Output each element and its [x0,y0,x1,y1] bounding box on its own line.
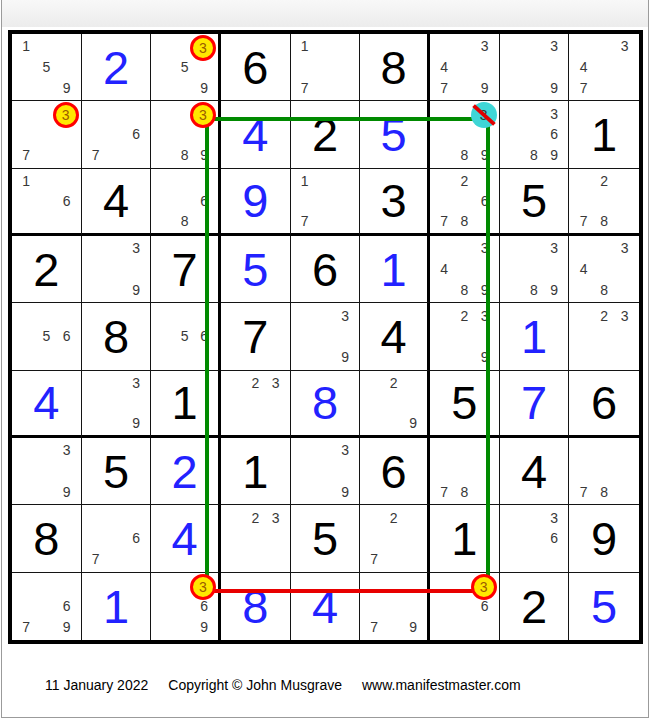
cell-r6c4[interactable]: 23 [221,371,291,438]
cell-r2c4[interactable]: 4 [221,101,291,168]
pencil-marks: 3479 [430,34,499,100]
cell-r4c9[interactable]: 348 [569,236,639,303]
candidate-mark: 3 [544,36,564,57]
candidate-mark: 2 [245,373,265,393]
candidate-mark: 9 [403,413,423,433]
cell-r4c1[interactable]: 2 [12,236,82,303]
candidate-mark: 8 [175,211,195,231]
candidate-mark: 3 [265,507,285,528]
candidate-mark: 8 [175,145,195,166]
given-digit: 1 [221,438,290,504]
cell-r3c3[interactable]: 68 [151,169,221,236]
given-digit: 5 [500,169,569,233]
candidate-mark: 8 [454,211,474,231]
candidate-mark: 9 [126,413,146,433]
cell-r1c2[interactable]: 2 [82,34,152,101]
highlight-circle: 3 [53,102,79,128]
given-digit: 6 [291,236,360,302]
candidate-mark: 5 [36,57,56,78]
sudoku-board: 1592593617834793934773678934258933689116… [8,30,643,644]
cell-r9c2[interactable]: 1 [82,573,152,640]
candidate-mark: 7 [16,145,36,166]
pencil-marks: 39 [82,236,151,302]
candidate-mark: 7 [295,78,315,99]
candidate-mark: 9 [194,78,214,99]
given-digit: 8 [82,303,151,369]
green-link-line [207,117,488,121]
candidate-mark: 7 [434,211,454,231]
candidate-mark: 7 [364,549,384,570]
pencil-marks: 17 [291,34,360,100]
elimination-circle: 3 [471,102,497,128]
candidate-mark: 3 [614,238,635,259]
pencil-marks: 23 [569,303,639,369]
candidate-mark: 7 [364,617,384,638]
candidate-mark: 3 [126,373,146,393]
candidate-mark: 5 [175,57,195,78]
candidate-mark: 2 [454,305,474,326]
cell-r9c3[interactable]: 693 [151,573,221,640]
given-digit: 3 [360,169,427,233]
candidate-mark: 6 [56,191,76,211]
pencil-marks: 36 [500,505,569,571]
pencil-marks: 16 [12,169,81,233]
candidate-mark: 7 [573,211,594,231]
candidate-mark: 9 [56,78,76,99]
candidate-mark: 7 [295,211,315,231]
cell-r5c2[interactable]: 8 [82,303,152,370]
candidate-mark: 3 [335,305,355,326]
solved-digit: 1 [500,303,569,369]
cell-r8c9[interactable]: 9 [569,505,639,572]
sudoku-grid: 1592593617834793934773678934258933689116… [12,34,639,640]
cell-r1c3[interactable]: 593 [151,34,221,101]
footer: 11 January 2022 Copyright © John Musgrav… [45,677,521,693]
candidate-mark: 7 [434,78,454,99]
cell-r7c6[interactable]: 6 [360,438,430,505]
candidate-mark: 3 [544,507,564,528]
cell-r7c4[interactable]: 1 [221,438,291,505]
candidate-mark: 9 [335,347,355,368]
candidate-mark: 4 [573,57,594,78]
candidate-mark: 8 [594,211,615,231]
cell-r3c9[interactable]: 278 [569,169,639,236]
cell-r9c8[interactable]: 2 [500,573,570,640]
cell-r3c1[interactable]: 16 [12,169,82,236]
candidate-mark: 3 [474,36,494,57]
solved-digit: 5 [569,573,639,640]
footer-copyright: Copyright © John Musgrave [168,677,342,693]
candidate-mark: 8 [454,280,474,301]
cell-r1c1[interactable]: 159 [12,34,82,101]
given-digit: 8 [12,505,81,571]
candidate-mark: 9 [474,347,494,368]
given-digit: 2 [500,573,569,640]
cell-r3c8[interactable]: 5 [500,169,570,236]
cell-r4c4[interactable]: 5 [221,236,291,303]
solved-digit: 5 [360,101,427,167]
candidate-mark: 7 [16,617,36,638]
pencil-marks: 79 [360,573,427,640]
candidate-mark: 3 [474,238,494,259]
cell-r7c3[interactable]: 2 [151,438,221,505]
footer-date: 11 January 2022 [45,677,148,693]
footer-site: www.manifestmaster.com [362,677,521,693]
cell-r9c7[interactable]: 63 [430,573,500,640]
cell-r2c9[interactable]: 1 [569,101,639,168]
given-digit: 6 [360,438,427,504]
candidate-mark: 3 [265,373,285,393]
cell-r2c8[interactable]: 3689 [500,101,570,168]
cell-r3c2[interactable]: 4 [82,169,152,236]
cell-r5c5[interactable]: 39 [291,303,361,370]
cell-r1c7[interactable]: 3479 [430,34,500,101]
cell-r8c6[interactable]: 27 [360,505,430,572]
given-digit: 1 [569,101,639,167]
cell-r9c9[interactable]: 5 [569,573,639,640]
candidate-mark: 8 [524,280,544,301]
solved-digit: 1 [360,236,427,302]
pencil-marks: 389 [500,236,569,302]
candidate-mark: 9 [403,617,423,638]
pencil-marks: 67 [82,101,151,167]
given-digit: 4 [82,169,151,233]
candidate-mark: 9 [56,617,76,638]
candidate-mark: 1 [16,36,36,57]
candidate-mark: 7 [434,482,454,503]
pencil-marks: 78 [569,438,639,504]
candidate-mark: 9 [474,78,494,99]
pencil-marks: 23 [221,505,290,571]
candidate-mark: 3 [614,305,635,326]
candidate-mark: 1 [295,36,315,57]
cell-r8c1[interactable]: 8 [12,505,82,572]
candidate-mark: 9 [544,145,564,166]
cell-r8c3[interactable]: 4 [151,505,221,572]
pencil-marks: 23 [221,371,290,435]
pencil-marks: 679 [12,573,81,640]
candidate-mark: 1 [16,171,36,191]
candidate-mark: 8 [454,482,474,503]
candidate-mark: 9 [544,78,564,99]
pencil-marks: 159 [12,34,81,100]
candidate-mark: 6 [56,596,76,617]
candidate-mark: 4 [434,57,454,78]
cell-r3c6[interactable]: 3 [360,169,430,236]
cell-r7c8[interactable]: 4 [500,438,570,505]
candidate-mark: 2 [384,507,404,528]
candidate-mark: 9 [194,617,214,638]
candidate-mark: 6 [56,326,76,347]
cell-r6c8[interactable]: 7 [500,371,570,438]
candidate-mark: 9 [335,482,355,503]
solved-digit: 4 [221,101,290,167]
cell-r5c4[interactable]: 7 [221,303,291,370]
candidate-mark: 2 [384,373,404,393]
candidate-mark: 4 [573,259,594,280]
given-digit: 8 [360,34,427,100]
cell-r2c6[interactable]: 5 [360,101,430,168]
cell-r5c9[interactable]: 23 [569,303,639,370]
red-link-line [207,589,488,593]
candidate-mark: 3 [614,36,635,57]
solved-digit: 8 [221,573,290,640]
cell-r5c8[interactable]: 1 [500,303,570,370]
pencil-marks: 29 [360,371,427,435]
candidate-mark: 9 [56,482,76,503]
candidate-mark: 2 [594,171,615,191]
cell-r7c2[interactable]: 5 [82,438,152,505]
candidate-mark: 3 [544,238,564,259]
highlight-circle: 3 [190,35,216,61]
candidate-mark: 3 [335,440,355,461]
given-digit: 5 [82,438,151,504]
highlight-circle: 3 [471,574,497,600]
cell-r3c5[interactable]: 17 [291,169,361,236]
pencil-marks: 347 [569,34,639,100]
cell-r6c2[interactable]: 39 [82,371,152,438]
green-link-line [486,119,490,590]
cell-r4c3[interactable]: 7 [151,236,221,303]
pencil-marks: 39 [12,438,81,504]
candidate-mark: 2 [454,171,474,191]
solved-digit: 2 [82,34,151,100]
candidate-mark: 8 [594,280,615,301]
cell-r8c2[interactable]: 67 [82,505,152,572]
candidate-mark: 9 [544,280,564,301]
given-digit: 6 [569,371,639,435]
cell-r2c3[interactable]: 893 [151,101,221,168]
candidate-mark: 5 [36,326,56,347]
pencil-marks: 56 [12,303,81,369]
cell-r7c5[interactable]: 39 [291,438,361,505]
green-link-line [205,119,209,590]
candidate-mark: 8 [524,145,544,166]
candidate-mark: 6 [474,191,494,211]
cell-r5c6[interactable]: 4 [360,303,430,370]
pencil-marks: 3689 [500,101,569,167]
pencil-marks: 39 [500,34,569,100]
candidate-mark: 5 [175,326,195,347]
cell-r4c8[interactable]: 389 [500,236,570,303]
given-digit: 4 [500,438,569,504]
solved-digit: 4 [291,573,360,640]
solved-digit: 4 [12,371,81,435]
candidate-mark: 7 [86,549,106,570]
cell-r9c4[interactable]: 8 [221,573,291,640]
pencil-marks: 39 [291,438,360,504]
cell-r5c1[interactable]: 56 [12,303,82,370]
cell-r2c1[interactable]: 73 [12,101,82,168]
cell-r8c8[interactable]: 36 [500,505,570,572]
given-digit: 4 [360,303,427,369]
candidate-mark: 3 [544,103,564,124]
pencil-marks: 39 [82,371,151,435]
cell-r6c1[interactable]: 4 [12,371,82,438]
candidate-mark: 8 [454,145,474,166]
highlight-circle: 3 [190,574,216,600]
candidate-mark: 6 [126,124,146,145]
candidate-mark: 7 [86,145,106,166]
cell-r5c3[interactable]: 56 [151,303,221,370]
cell-r9c6[interactable]: 79 [360,573,430,640]
candidate-mark: 6 [126,528,146,549]
candidate-mark: 3 [126,238,146,259]
given-digit: 7 [221,303,290,369]
pencil-marks: 67 [82,505,151,571]
cell-r2c2[interactable]: 67 [82,101,152,168]
candidate-mark: 3 [56,440,76,461]
cell-r3c4[interactable]: 9 [221,169,291,236]
cell-r8c4[interactable]: 23 [221,505,291,572]
given-digit: 2 [12,236,81,302]
pencil-marks: 39 [291,303,360,369]
cell-r4c2[interactable]: 39 [82,236,152,303]
cell-r6c3[interactable]: 1 [151,371,221,438]
candidate-mark: 9 [474,280,494,301]
cell-r1c6[interactable]: 8 [360,34,430,101]
solved-digit: 5 [221,236,290,302]
cell-r1c9[interactable]: 347 [569,34,639,101]
solved-digit: 1 [82,573,151,640]
solved-digit: 8 [291,371,360,435]
candidate-mark: 3 [474,305,494,326]
solved-digit: 9 [221,169,290,233]
given-digit: 6 [221,34,290,100]
cell-r9c1[interactable]: 679 [12,573,82,640]
given-digit: 9 [569,505,639,571]
pencil-marks: 17 [291,169,360,233]
cell-r6c9[interactable]: 6 [569,371,639,438]
cell-r6c5[interactable]: 8 [291,371,361,438]
red-slash-icon [472,104,495,126]
cell-r1c4[interactable]: 6 [221,34,291,101]
solved-digit: 7 [500,371,569,435]
pencil-marks: 278 [569,169,639,233]
candidate-mark: 7 [573,482,594,503]
candidate-mark: 6 [544,124,564,145]
candidate-mark: 4 [434,259,454,280]
pencil-marks: 27 [360,505,427,571]
cell-r7c9[interactable]: 78 [569,438,639,505]
cell-r4c5[interactable]: 6 [291,236,361,303]
window-toolbar [2,0,648,27]
cell-r1c8[interactable]: 39 [500,34,570,101]
given-digit: 2 [291,101,360,167]
candidate-mark: 2 [594,305,615,326]
cell-r8c5[interactable]: 5 [291,505,361,572]
cell-r9c5[interactable]: 4 [291,573,361,640]
candidate-mark: 1 [295,171,315,191]
candidate-mark: 9 [126,280,146,301]
cell-r1c5[interactable]: 17 [291,34,361,101]
cell-r7c1[interactable]: 39 [12,438,82,505]
cell-r2c5[interactable]: 2 [291,101,361,168]
candidate-mark: 9 [474,145,494,166]
pencil-marks: 348 [569,236,639,302]
candidate-mark: 7 [573,78,594,99]
given-digit: 5 [291,505,360,571]
cell-r4c6[interactable]: 1 [360,236,430,303]
candidate-mark: 6 [544,528,564,549]
cell-r6c6[interactable]: 29 [360,371,430,438]
candidate-mark: 8 [594,482,615,503]
candidate-mark: 2 [245,507,265,528]
